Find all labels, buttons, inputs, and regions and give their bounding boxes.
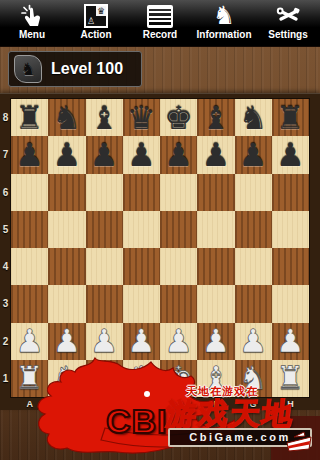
piece-white-rook[interactable]: ♜ [276, 362, 305, 394]
square-b5[interactable] [48, 211, 85, 248]
square-b8[interactable]: ♞ [48, 99, 85, 136]
square-h8[interactable]: ♜ [272, 99, 309, 136]
square-a5[interactable] [11, 211, 48, 248]
piece-white-pawn[interactable]: ♟ [239, 325, 268, 357]
square-g8[interactable]: ♞ [235, 99, 272, 136]
rank-label-3: 3 [0, 285, 11, 322]
piece-black-pawn[interactable]: ♟ [15, 139, 44, 171]
square-g6[interactable] [235, 174, 272, 211]
rank-label-5: 5 [0, 211, 11, 248]
piece-white-king[interactable]: ♚ [164, 362, 193, 394]
piece-black-rook[interactable]: ♜ [15, 102, 44, 134]
square-e3[interactable] [160, 285, 197, 322]
file-label-b: B [48, 397, 85, 410]
toolbar-item-settings[interactable]: Settings [256, 0, 320, 46]
square-f6[interactable] [197, 174, 234, 211]
square-b4[interactable] [48, 248, 85, 285]
rank-label-7: 7 [0, 136, 11, 173]
square-d1[interactable]: ♛ [123, 360, 160, 397]
toolbar: Menu ♛♙ Action Record ♞ Information Set [0, 0, 320, 47]
piece-black-knight[interactable]: ♞ [239, 102, 268, 134]
square-c1[interactable]: ♝ [86, 360, 123, 397]
square-a2[interactable]: ♟ [11, 323, 48, 360]
square-h3[interactable] [272, 285, 309, 322]
toolbar-item-information[interactable]: ♞ Information [192, 0, 256, 46]
square-b3[interactable] [48, 285, 85, 322]
piece-white-pawn[interactable]: ♟ [15, 325, 44, 357]
toolbar-label: Information [197, 29, 252, 41]
square-g7[interactable]: ♟ [235, 136, 272, 173]
square-f4[interactable] [197, 248, 234, 285]
piece-black-king[interactable]: ♚ [164, 102, 193, 134]
file-label-f: F [197, 397, 234, 410]
knight-shield-icon: ♞ [14, 55, 42, 83]
toolbar-item-menu[interactable]: Menu [0, 0, 64, 46]
piece-black-rook[interactable]: ♜ [276, 102, 305, 134]
piece-black-pawn[interactable]: ♟ [164, 139, 193, 171]
piece-white-queen[interactable]: ♛ [127, 362, 156, 394]
file-label-a: A [11, 397, 48, 410]
square-a4[interactable] [11, 248, 48, 285]
piece-white-pawn[interactable]: ♟ [164, 325, 193, 357]
chess-board-frame: 87654321 ♜♞♝♛♚♝♞♜♟♟♟♟♟♟♟♟♟♟♟♟♟♟♟♟♜♞♝♛♚♝♞… [0, 93, 320, 410]
piece-white-pawn[interactable]: ♟ [127, 325, 156, 357]
piece-black-queen[interactable]: ♛ [127, 102, 156, 134]
level-label: Level 100 [51, 60, 123, 78]
square-c7[interactable]: ♟ [86, 136, 123, 173]
file-label-h: H [272, 397, 309, 410]
piece-black-pawn[interactable]: ♟ [53, 139, 82, 171]
square-d4[interactable] [123, 248, 160, 285]
rank-label-8: 8 [0, 99, 11, 136]
square-g2[interactable]: ♟ [235, 323, 272, 360]
square-f2[interactable]: ♟ [197, 323, 234, 360]
square-d5[interactable] [123, 211, 160, 248]
square-g5[interactable] [235, 211, 272, 248]
square-h1[interactable]: ♜ [272, 360, 309, 397]
square-h4[interactable] [272, 248, 309, 285]
square-d6[interactable] [123, 174, 160, 211]
square-d7[interactable]: ♟ [123, 136, 160, 173]
hand-click-icon [20, 3, 44, 29]
piece-white-bishop[interactable]: ♝ [90, 362, 119, 394]
rank-label-6: 6 [0, 174, 11, 211]
square-c4[interactable] [86, 248, 123, 285]
piece-black-knight[interactable]: ♞ [53, 102, 82, 134]
square-h6[interactable] [272, 174, 309, 211]
square-d8[interactable]: ♛ [123, 99, 160, 136]
square-f5[interactable] [197, 211, 234, 248]
piece-white-pawn[interactable]: ♟ [53, 325, 82, 357]
crossed-tools-icon [275, 3, 301, 29]
square-e2[interactable]: ♟ [160, 323, 197, 360]
piece-white-knight[interactable]: ♞ [239, 362, 268, 394]
square-d2[interactable]: ♟ [123, 323, 160, 360]
piece-black-pawn[interactable]: ♟ [239, 139, 268, 171]
square-f3[interactable] [197, 285, 234, 322]
square-c8[interactable]: ♝ [86, 99, 123, 136]
piece-black-bishop[interactable]: ♝ [90, 102, 119, 134]
square-e5[interactable] [160, 211, 197, 248]
square-g3[interactable] [235, 285, 272, 322]
toolbar-label: Record [143, 29, 177, 41]
file-label-e: E [160, 397, 197, 410]
piece-black-pawn[interactable]: ♟ [276, 139, 305, 171]
square-f1[interactable]: ♝ [197, 360, 234, 397]
square-a6[interactable] [11, 174, 48, 211]
rank-label-4: 4 [0, 248, 11, 285]
square-e4[interactable] [160, 248, 197, 285]
knight-head-icon: ♞ [213, 3, 235, 29]
square-h7[interactable]: ♟ [272, 136, 309, 173]
file-label-c: C [86, 397, 123, 410]
piece-white-bishop[interactable]: ♝ [202, 362, 231, 394]
mini-chessboard-icon: ♛♙ [84, 3, 108, 29]
toolbar-label: Action [80, 29, 111, 41]
file-labels: ABCDEFGH [11, 397, 309, 410]
square-b1[interactable]: ♞ [48, 360, 85, 397]
square-a8[interactable]: ♜ [11, 99, 48, 136]
square-c5[interactable] [86, 211, 123, 248]
piece-black-pawn[interactable]: ♟ [202, 139, 231, 171]
square-g1[interactable]: ♞ [235, 360, 272, 397]
square-a7[interactable]: ♟ [11, 136, 48, 173]
piece-white-pawn[interactable]: ♟ [202, 325, 231, 357]
square-h5[interactable] [272, 211, 309, 248]
toolbar-item-record[interactable]: Record [128, 0, 192, 46]
chess-board[interactable]: ♜♞♝♛♚♝♞♜♟♟♟♟♟♟♟♟♟♟♟♟♟♟♟♟♜♞♝♛♚♝♞♜ [11, 99, 309, 397]
square-c2[interactable]: ♟ [86, 323, 123, 360]
piece-black-pawn[interactable]: ♟ [90, 139, 119, 171]
list-lines-icon [147, 3, 173, 29]
square-e8[interactable]: ♚ [160, 99, 197, 136]
file-label-d: D [123, 397, 160, 410]
toolbar-label: Menu [19, 29, 45, 41]
square-a3[interactable] [11, 285, 48, 322]
square-c3[interactable] [86, 285, 123, 322]
square-h2[interactable]: ♟ [272, 323, 309, 360]
rank-labels: 87654321 [0, 99, 11, 397]
square-e6[interactable] [160, 174, 197, 211]
rank-label-1: 1 [0, 360, 11, 397]
piece-black-bishop[interactable]: ♝ [202, 102, 231, 134]
file-label-g: G [235, 397, 272, 410]
piece-white-pawn[interactable]: ♟ [276, 325, 305, 357]
square-c6[interactable] [86, 174, 123, 211]
piece-white-rook[interactable]: ♜ [15, 362, 44, 394]
square-b7[interactable]: ♟ [48, 136, 85, 173]
level-bar[interactable]: ♞ Level 100 [8, 51, 142, 87]
square-f8[interactable]: ♝ [197, 99, 234, 136]
square-e7[interactable]: ♟ [160, 136, 197, 173]
rank-label-2: 2 [0, 323, 11, 360]
square-d3[interactable] [123, 285, 160, 322]
square-a1[interactable]: ♜ [11, 360, 48, 397]
square-b6[interactable] [48, 174, 85, 211]
piece-white-knight[interactable]: ♞ [53, 362, 82, 394]
square-g4[interactable] [235, 248, 272, 285]
piece-black-pawn[interactable]: ♟ [127, 139, 156, 171]
square-e1[interactable]: ♚ [160, 360, 197, 397]
square-f7[interactable]: ♟ [197, 136, 234, 173]
toolbar-label: Settings [268, 29, 307, 41]
toolbar-item-action[interactable]: ♛♙ Action [64, 0, 128, 46]
square-b2[interactable]: ♟ [48, 323, 85, 360]
piece-white-pawn[interactable]: ♟ [90, 325, 119, 357]
